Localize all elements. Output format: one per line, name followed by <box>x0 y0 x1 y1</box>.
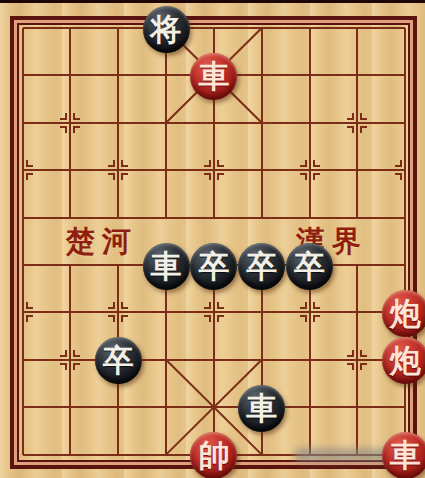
black-chariot-2[interactable]: 車 <box>238 385 285 432</box>
point-marker <box>217 302 224 309</box>
blurred-watermark <box>294 448 394 462</box>
black-general-glyph: 将 <box>151 6 182 53</box>
point-marker <box>26 173 33 180</box>
point-marker <box>73 363 80 370</box>
red-general[interactable]: 帥 <box>190 432 237 478</box>
point-marker <box>347 350 354 357</box>
point-marker <box>26 302 33 309</box>
point-marker <box>313 302 320 309</box>
point-marker <box>108 173 115 180</box>
point-marker <box>121 302 128 309</box>
point-marker <box>360 350 367 357</box>
point-marker <box>121 315 128 322</box>
red-cannon-2[interactable]: 炮 <box>382 337 425 384</box>
grid-rank-line <box>23 311 406 313</box>
point-marker <box>204 315 211 322</box>
point-marker <box>204 173 211 180</box>
red-cannon-1[interactable]: 炮 <box>382 290 425 337</box>
black-general[interactable]: 将 <box>143 6 190 53</box>
point-marker <box>60 350 67 357</box>
grid-rank-line <box>23 406 406 408</box>
black-soldier-1-glyph: 卒 <box>198 243 229 290</box>
point-marker <box>217 160 224 167</box>
point-marker <box>395 173 402 180</box>
point-marker <box>204 302 211 309</box>
black-soldier-3-glyph: 卒 <box>294 243 325 290</box>
red-cannon-1-glyph: 炮 <box>390 290 421 337</box>
point-marker <box>300 302 307 309</box>
point-marker <box>360 113 367 120</box>
point-marker <box>217 315 224 322</box>
black-soldier-1[interactable]: 卒 <box>190 243 237 290</box>
point-marker <box>60 126 67 133</box>
point-marker <box>108 315 115 322</box>
black-soldier-2[interactable]: 卒 <box>238 243 285 290</box>
point-marker <box>217 173 224 180</box>
grid-rank-line <box>23 359 406 361</box>
black-soldier-2-glyph: 卒 <box>246 243 277 290</box>
point-marker <box>108 302 115 309</box>
grid-rank-line <box>23 169 406 171</box>
river-label-chu-he: 楚河 <box>66 224 138 258</box>
point-marker <box>313 173 320 180</box>
black-soldier-4-glyph: 卒 <box>103 337 134 384</box>
point-marker <box>73 350 80 357</box>
grid-rank-line <box>23 122 406 124</box>
point-marker <box>395 160 402 167</box>
point-marker <box>26 160 33 167</box>
point-marker <box>121 173 128 180</box>
black-chariot-1-glyph: 車 <box>151 243 182 290</box>
point-marker <box>300 160 307 167</box>
red-chariot-1[interactable]: 車 <box>190 53 237 100</box>
grid-rank-line <box>23 27 406 29</box>
point-marker <box>347 113 354 120</box>
point-marker <box>26 315 33 322</box>
red-chariot-2-glyph: 車 <box>390 432 421 478</box>
point-marker <box>60 113 67 120</box>
black-soldier-4[interactable]: 卒 <box>95 337 142 384</box>
point-marker <box>204 160 211 167</box>
grid-rank-line <box>23 217 406 219</box>
point-marker <box>73 126 80 133</box>
point-marker <box>360 126 367 133</box>
black-chariot-2-glyph: 車 <box>246 385 277 432</box>
point-marker <box>347 126 354 133</box>
point-marker <box>300 315 307 322</box>
point-marker <box>300 173 307 180</box>
point-marker <box>347 363 354 370</box>
red-chariot-1-glyph: 車 <box>198 53 229 100</box>
point-marker <box>313 160 320 167</box>
black-soldier-3[interactable]: 卒 <box>286 243 333 290</box>
red-chariot-2[interactable]: 車 <box>382 432 425 478</box>
point-marker <box>108 160 115 167</box>
red-general-glyph: 帥 <box>198 432 229 478</box>
point-marker <box>360 363 367 370</box>
red-cannon-2-glyph: 炮 <box>390 337 421 384</box>
black-chariot-1[interactable]: 車 <box>143 243 190 290</box>
point-marker <box>73 113 80 120</box>
point-marker <box>60 363 67 370</box>
point-marker <box>313 315 320 322</box>
grid-file-line <box>404 28 406 455</box>
grid-file-line <box>22 28 24 455</box>
point-marker <box>121 160 128 167</box>
xiangqi-board[interactable]: 楚河 漢界 将車車卒卒卒炮卒炮車帥車 <box>0 0 425 478</box>
